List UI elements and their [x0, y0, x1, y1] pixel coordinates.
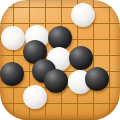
- board-grid-line-vertical: [109, 0, 110, 120]
- white-stone: [23, 85, 47, 109]
- board-grid-line-vertical: [13, 0, 14, 120]
- board-grid-line-horizontal: [0, 7, 120, 8]
- white-stone: [71, 3, 95, 27]
- go-app-icon[interactable]: [0, 0, 120, 120]
- board-grid-line-horizontal: [0, 119, 120, 120]
- board-grid-line-horizontal: [0, 103, 120, 104]
- black-stone: [0, 62, 24, 86]
- board-grid-line-horizontal: [0, 23, 120, 24]
- black-stone: [69, 46, 93, 70]
- white-stone: [1, 26, 25, 50]
- black-stone: [44, 69, 68, 93]
- black-stone: [85, 67, 109, 91]
